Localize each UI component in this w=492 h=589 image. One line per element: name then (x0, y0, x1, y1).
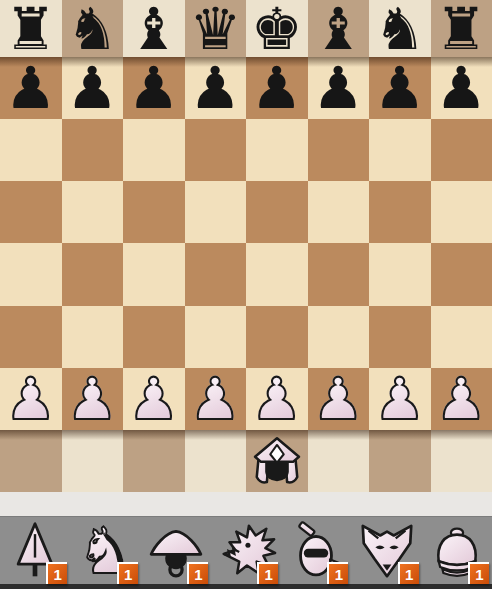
square-h2[interactable]: ♟ (431, 368, 492, 430)
black-rook[interactable]: ♜ (435, 0, 487, 58)
square-a3[interactable] (0, 306, 62, 368)
square-d2[interactable]: ♟ (185, 368, 247, 430)
black-knight[interactable]: ♞ (66, 0, 118, 58)
tray-slot-horse[interactable]: ♞1 (70, 517, 140, 584)
square-b4[interactable] (62, 243, 124, 305)
white-pawn[interactable]: ♟ (435, 370, 487, 428)
tray-slot-hat[interactable]: 1 (141, 517, 211, 584)
white-pawn[interactable]: ♟ (312, 370, 364, 428)
square-c5[interactable] (123, 181, 185, 243)
square-c3[interactable] (123, 306, 185, 368)
black-knight[interactable]: ♞ (374, 0, 426, 58)
white-pawn[interactable]: ♟ (189, 370, 241, 428)
square-f5[interactable] (308, 181, 370, 243)
square-e3[interactable] (246, 306, 308, 368)
square-d5[interactable] (185, 181, 247, 243)
square-c2[interactable]: ♟ (123, 368, 185, 430)
bottom-bar (0, 584, 492, 589)
square-b3[interactable] (62, 306, 124, 368)
black-bishop[interactable]: ♝ (128, 0, 180, 58)
black-pawn[interactable]: ♟ (251, 59, 303, 117)
square-f4[interactable] (308, 243, 370, 305)
square-f8[interactable]: ♝ (308, 0, 370, 57)
count-badge: 1 (257, 562, 278, 584)
square-g2[interactable]: ♟ (369, 368, 431, 430)
square-d7[interactable]: ♟ (185, 57, 247, 119)
black-queen[interactable]: ♛ (189, 0, 241, 58)
square-h8[interactable]: ♜ (431, 0, 492, 57)
square-e2[interactable]: ♟ (246, 368, 308, 430)
square-f2[interactable]: ♟ (308, 368, 370, 430)
white-pawn[interactable]: ♟ (374, 370, 426, 428)
square-a4[interactable] (0, 243, 62, 305)
square-g4[interactable] (369, 243, 431, 305)
square-h3[interactable] (431, 306, 492, 368)
square-a5[interactable] (0, 181, 62, 243)
square-f6[interactable] (308, 119, 370, 181)
square-g7[interactable]: ♟ (369, 57, 431, 119)
square-a7[interactable]: ♟ (0, 57, 62, 119)
square-c8[interactable]: ♝ (123, 0, 185, 57)
square-g5[interactable] (369, 181, 431, 243)
square-e6[interactable] (246, 119, 308, 181)
divider-strip (0, 492, 492, 517)
square-d4[interactable] (185, 243, 247, 305)
square-h1[interactable] (431, 430, 492, 492)
black-bishop[interactable]: ♝ (312, 0, 364, 58)
square-c7[interactable]: ♟ (123, 57, 185, 119)
square-b8[interactable]: ♞ (62, 0, 124, 57)
square-c4[interactable] (123, 243, 185, 305)
square-b7[interactable]: ♟ (62, 57, 124, 119)
square-f1[interactable] (308, 430, 370, 492)
white-pawn[interactable]: ♟ (128, 370, 180, 428)
black-pawn[interactable]: ♟ (189, 59, 241, 117)
square-e7[interactable]: ♟ (246, 57, 308, 119)
square-a1[interactable] (0, 430, 62, 492)
count-badge: 1 (468, 562, 489, 584)
square-d3[interactable] (185, 306, 247, 368)
square-a2[interactable]: ♟ (0, 368, 62, 430)
helmet-king-icon[interactable] (250, 434, 304, 488)
square-d1[interactable] (185, 430, 247, 492)
square-h7[interactable]: ♟ (431, 57, 492, 119)
square-a6[interactable] (0, 119, 62, 181)
white-pawn[interactable]: ♟ (251, 370, 303, 428)
black-pawn[interactable]: ♟ (66, 59, 118, 117)
square-e4[interactable] (246, 243, 308, 305)
game-screen: ♜♞♝♛♚♝♞♜♟♟♟♟♟♟♟♟♟♟♟♟♟♟♟♟ 1♞1 1 1 1 (0, 0, 492, 589)
square-f7[interactable]: ♟ (308, 57, 370, 119)
square-b1[interactable] (62, 430, 124, 492)
square-f3[interactable] (308, 306, 370, 368)
count-badge: 1 (117, 562, 138, 584)
black-rook[interactable]: ♜ (5, 0, 57, 58)
white-pawn[interactable]: ♟ (66, 370, 118, 428)
square-c1[interactable] (123, 430, 185, 492)
square-g8[interactable]: ♞ (369, 0, 431, 57)
tray-slot-bell[interactable]: 1 (422, 517, 492, 584)
square-e5[interactable] (246, 181, 308, 243)
black-pawn[interactable]: ♟ (312, 59, 364, 117)
tray-slot-ninja[interactable]: 1 (281, 517, 351, 584)
tray-slot-fox[interactable]: 1 (351, 517, 421, 584)
tray-slot-dragon[interactable]: 1 (211, 517, 281, 584)
square-b6[interactable] (62, 119, 124, 181)
square-h6[interactable] (431, 119, 492, 181)
square-b2[interactable]: ♟ (62, 368, 124, 430)
square-g3[interactable] (369, 306, 431, 368)
square-e1[interactable] (246, 430, 308, 492)
black-pawn[interactable]: ♟ (5, 59, 57, 117)
square-g1[interactable] (369, 430, 431, 492)
count-badge: 1 (187, 562, 208, 584)
square-h4[interactable] (431, 243, 492, 305)
tray-slot-spear[interactable]: 1 (0, 517, 70, 584)
square-c6[interactable] (123, 119, 185, 181)
square-b5[interactable] (62, 181, 124, 243)
black-king[interactable]: ♚ (251, 0, 303, 58)
white-pawn[interactable]: ♟ (5, 370, 57, 428)
count-badge: 1 (46, 562, 67, 584)
chess-board: ♜♞♝♛♚♝♞♜♟♟♟♟♟♟♟♟♟♟♟♟♟♟♟♟ (0, 0, 492, 492)
black-pawn[interactable]: ♟ (128, 59, 180, 117)
black-pawn[interactable]: ♟ (374, 59, 426, 117)
square-e8[interactable]: ♚ (246, 0, 308, 57)
square-a8[interactable]: ♜ (0, 0, 62, 57)
count-badge: 1 (327, 562, 348, 584)
piece-tray: 1♞1 1 1 1 1 1 (0, 517, 492, 584)
square-d8[interactable]: ♛ (185, 0, 247, 57)
square-d6[interactable] (185, 119, 247, 181)
count-badge: 1 (398, 562, 419, 584)
black-pawn[interactable]: ♟ (435, 59, 487, 117)
square-h5[interactable] (431, 181, 492, 243)
square-g6[interactable] (369, 119, 431, 181)
